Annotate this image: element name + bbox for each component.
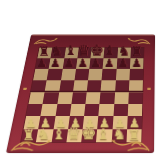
square-d1 xyxy=(66,129,83,142)
hinge-right-icon xyxy=(147,88,151,90)
square-d6 xyxy=(74,69,89,80)
square-h1 xyxy=(126,129,141,142)
square-e3 xyxy=(84,104,100,116)
square-f1 xyxy=(96,129,112,142)
square-e5 xyxy=(87,80,102,92)
square-f3 xyxy=(99,104,114,116)
square-g4 xyxy=(114,92,129,104)
square-f6 xyxy=(102,69,116,80)
square-h6 xyxy=(129,69,143,80)
board-grid xyxy=(21,48,144,143)
square-h3 xyxy=(127,104,142,116)
square-g3 xyxy=(113,104,128,116)
square-g5 xyxy=(115,80,130,92)
square-g1 xyxy=(111,129,127,142)
square-d5 xyxy=(73,80,88,92)
square-h8 xyxy=(130,48,144,58)
square-g6 xyxy=(115,69,129,80)
square-f2 xyxy=(97,116,113,129)
square-e1 xyxy=(81,129,97,142)
square-f8 xyxy=(104,48,118,58)
photo-stage: ♜♞♝♛♚♝♞♜♟♟♟♟♟♟♟♟♟♟♟♟♟♟♟♟♜♞♝♛♚♝♞♜ xyxy=(0,0,160,160)
square-d2 xyxy=(68,116,84,129)
hinge-left-icon xyxy=(23,88,27,90)
square-e7 xyxy=(89,58,103,69)
square-f5 xyxy=(101,80,116,92)
square-e8 xyxy=(90,48,104,58)
square-h4 xyxy=(128,92,143,104)
square-d7 xyxy=(76,58,91,69)
square-h5 xyxy=(129,80,143,92)
square-f4 xyxy=(100,92,115,104)
square-d4 xyxy=(71,92,87,104)
square-g2 xyxy=(112,116,127,129)
filigree-ornament-top-left-icon xyxy=(33,37,58,45)
square-h2 xyxy=(127,116,142,129)
square-e2 xyxy=(83,116,99,129)
square-d8 xyxy=(77,48,91,58)
square-g8 xyxy=(117,48,131,58)
square-g7 xyxy=(116,58,130,69)
square-f7 xyxy=(103,58,117,69)
chess-board: ♜♞♝♛♚♝♞♜♟♟♟♟♟♟♟♟♟♟♟♟♟♟♟♟♜♞♝♛♚♝♞♜ xyxy=(6,35,155,153)
perspective-scene: ♜♞♝♛♚♝♞♜♟♟♟♟♟♟♟♟♟♟♟♟♟♟♟♟♜♞♝♛♚♝♞♜ xyxy=(0,0,160,160)
square-h7 xyxy=(130,58,144,69)
square-d3 xyxy=(70,104,86,116)
filigree-ornament-top-right-icon xyxy=(127,37,151,45)
square-e6 xyxy=(88,69,103,80)
square-e4 xyxy=(85,92,100,104)
